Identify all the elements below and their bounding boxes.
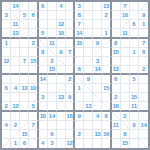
cell-r11c4-empty[interactable] [29,93,38,102]
cell-r6c8-given[interactable]: 7 [66,48,75,57]
cell-r9c7-empty[interactable] [57,75,66,84]
cell-r3c11-empty[interactable] [93,20,102,29]
cell-r16c3-given[interactable]: 6 [20,139,29,148]
cell-r6c5-given[interactable]: 8 [39,48,48,57]
cell-r11c12-empty[interactable] [102,93,111,102]
cell-r2c13-empty[interactable] [112,11,121,20]
cell-r5c7-empty[interactable] [57,39,66,48]
cell-r4c9-given[interactable]: 14 [75,29,84,38]
cell-r14c2-given[interactable]: 2 [11,121,20,130]
cell-r16c2-given[interactable]: 1 [11,139,20,148]
cell-r12c1-given[interactable]: 2 [2,102,11,111]
cell-r4c2-given[interactable]: 13 [11,29,20,38]
cell-r14c1-given[interactable]: 4 [2,121,11,130]
cell-r14c6-empty[interactable] [48,121,57,130]
cell-r9c13-given[interactable]: 6 [112,75,121,84]
cell-r7c2-empty[interactable] [11,57,20,66]
cell-r13c13-empty[interactable] [112,112,121,121]
cell-r10c11-empty[interactable] [93,84,102,93]
cell-r9c16-empty[interactable] [139,75,148,84]
cell-r16c13-empty[interactable] [112,139,121,148]
cell-r5c8-empty[interactable] [66,39,75,48]
cell-r14c14-empty[interactable] [121,121,130,130]
cell-r2c16-given[interactable]: 9 [139,11,148,20]
cell-r14c3-empty[interactable] [20,121,29,130]
cell-r11c9-empty[interactable] [75,93,84,102]
cell-r1c16-empty[interactable] [139,2,148,11]
cell-r2c11-empty[interactable] [93,11,102,20]
cell-r2c5-empty[interactable] [39,11,48,20]
cell-r5c6-given[interactable]: 11 [48,39,57,48]
cell-r15c15-empty[interactable] [130,130,139,139]
cell-r5c12-empty[interactable] [102,39,111,48]
cell-r12c4-given[interactable]: 5 [29,102,38,111]
cell-r15c9-given[interactable]: 2 [75,130,84,139]
cell-r14c4-given[interactable]: 7 [29,121,38,130]
cell-r7c1-given[interactable]: 12 [2,57,11,66]
cell-r16c12-empty[interactable] [102,139,111,148]
cell-r6c7-given[interactable]: 9 [57,48,66,57]
cell-r4c10-empty[interactable] [84,29,93,38]
cell-r13c11-given[interactable]: 4 [93,112,102,121]
cell-r3c4-empty[interactable] [29,20,38,29]
cell-r1c8-empty[interactable] [66,2,75,11]
cell-r13c9-given[interactable]: 9 [75,112,84,121]
cell-r9c5-given[interactable]: 14 [39,75,48,84]
cell-r7c3-given[interactable]: 7 [20,57,29,66]
cell-r6c14-empty[interactable] [121,48,130,57]
cell-r9c10-given[interactable]: 9 [84,75,93,84]
cell-r7c14-empty[interactable] [121,57,130,66]
cell-r9c4-empty[interactable] [29,75,38,84]
cell-r10c8-empty[interactable] [66,84,75,93]
cell-r6c3-empty[interactable] [20,48,29,57]
sudoku-board: 1464313735682169111276113510141111211159… [0,0,150,150]
cell-r7c10-empty[interactable] [84,57,93,66]
cell-r15c8-empty[interactable] [66,130,75,139]
cell-r11c10-empty[interactable] [84,93,93,102]
cell-r12c6-empty[interactable] [48,102,57,111]
cell-r2c3-given[interactable]: 5 [20,11,29,20]
cell-r7c4-given[interactable]: 15 [29,57,38,66]
cell-r11c13-given[interactable]: 2 [112,93,121,102]
cell-r4c1-empty[interactable] [2,29,11,38]
cell-r14c8-empty[interactable] [66,121,75,130]
cell-r9c15-given[interactable]: 5 [130,75,139,84]
cell-r2c10-empty[interactable] [84,11,93,20]
cell-r10c3-given[interactable]: 13 [20,84,29,93]
cell-r5c15-empty[interactable] [130,39,139,48]
cell-r5c10-empty[interactable] [84,39,93,48]
cell-r5c1-given[interactable]: 1 [2,39,11,48]
cell-r16c9-empty[interactable] [75,139,84,148]
cell-r12c15-given[interactable]: 11 [130,102,139,111]
cell-r7c15-empty[interactable] [130,57,139,66]
cell-r3c5-empty[interactable] [39,20,48,29]
cell-r15c12-given[interactable]: 16 [102,130,111,139]
cell-r14c5-empty[interactable] [39,121,48,130]
cell-r8c9-given[interactable]: 6 [75,66,84,75]
cell-r15c10-empty[interactable] [84,130,93,139]
cell-r9c3-empty[interactable] [20,75,29,84]
cell-r9c9-empty[interactable] [75,75,84,84]
cell-r1c3-empty[interactable] [20,2,29,11]
cell-r11c14-empty[interactable] [121,93,130,102]
cell-r4c16-empty[interactable] [139,29,148,38]
cell-r15c4-empty[interactable] [29,130,38,139]
cell-r1c11-empty[interactable] [93,2,102,11]
cell-r2c12-given[interactable]: 2 [102,11,111,20]
cell-r15c11-given[interactable]: 13 [93,130,102,139]
cell-r9c6-empty[interactable] [48,75,57,84]
cell-r14c15-given[interactable]: 9 [130,121,139,130]
cell-r12c13-given[interactable]: 16 [112,102,121,111]
cell-r4c5-given[interactable]: 5 [39,29,48,38]
cell-r7c16-empty[interactable] [139,57,148,66]
cell-r14c16-given[interactable]: 14 [139,121,148,130]
cell-r11c11-empty[interactable] [93,93,102,102]
cell-r13c2-empty[interactable] [11,112,20,121]
cell-r14c11-empty[interactable] [93,121,102,130]
cell-r11c7-given[interactable]: 13 [57,93,66,102]
cell-r9c8-given[interactable]: 2 [66,75,75,84]
cell-r12c3-empty[interactable] [20,102,29,111]
cell-r4c6-empty[interactable] [48,29,57,38]
cell-r6c4-empty[interactable] [29,48,38,57]
cell-r15c14-given[interactable]: 8 [121,130,130,139]
cell-r3c8-empty[interactable] [66,20,75,29]
cell-r10c1-given[interactable]: 6 [2,84,11,93]
cell-r7c13-empty[interactable] [112,57,121,66]
cell-r8c1-empty[interactable] [2,66,11,75]
cell-r10c16-empty[interactable] [139,84,148,93]
cell-r12c5-empty[interactable] [39,102,48,111]
cell-r10c15-empty[interactable] [130,84,139,93]
cell-r4c13-empty[interactable] [112,29,121,38]
cell-r13c8-given[interactable]: 16 [66,112,75,121]
cell-r10c12-given[interactable]: 15 [102,84,111,93]
cell-r10c14-empty[interactable] [121,84,130,93]
cell-r8c8-empty[interactable] [66,66,75,75]
cell-r12c16-empty[interactable] [139,102,148,111]
cell-r2c1-given[interactable]: 3 [2,11,11,20]
cell-r10c5-empty[interactable] [39,84,48,93]
cell-r16c11-empty[interactable] [93,139,102,148]
cell-r5c13-given[interactable]: 8 [112,39,121,48]
cell-r4c8-empty[interactable] [66,29,75,38]
cell-r12c14-empty[interactable] [121,102,130,111]
cell-r1c1-empty[interactable] [2,2,11,11]
cell-r4c3-empty[interactable] [20,29,29,38]
cell-r10c13-empty[interactable] [112,84,121,93]
cell-r3c13-empty[interactable] [112,20,121,29]
cell-r6c1-empty[interactable] [2,48,11,57]
cell-r14c13-given[interactable]: 11 [112,121,121,130]
cell-r1c4-empty[interactable] [29,2,38,11]
cell-r8c16-given[interactable]: 2 [139,66,148,75]
cell-r2c8-empty[interactable] [66,11,75,20]
cell-r15c5-empty[interactable] [39,130,48,139]
cell-r2c6-empty[interactable] [48,11,57,20]
cell-r10c2-given[interactable]: 4 [11,84,20,93]
cell-r5c11-given[interactable]: 9 [93,39,102,48]
cell-r15c16-empty[interactable] [139,130,148,139]
cell-r4c15-empty[interactable] [130,29,139,38]
cell-r13c15-empty[interactable] [130,112,139,121]
cell-r16c1-empty[interactable] [2,139,11,148]
cell-r5c3-empty[interactable] [20,39,29,48]
cell-r1c15-empty[interactable] [130,2,139,11]
cell-r1c2-given[interactable]: 14 [11,2,20,11]
cell-r11c16-empty[interactable] [139,93,148,102]
cell-r13c4-empty[interactable] [29,112,38,121]
cell-r11c3-empty[interactable] [20,93,29,102]
cell-r11c15-given[interactable]: 15 [130,93,139,102]
cell-r16c16-empty[interactable] [139,139,148,148]
cell-r5c4-given[interactable]: 2 [29,39,38,48]
cell-r3c9-given[interactable]: 7 [75,20,84,29]
cell-r6c16-given[interactable]: 6 [139,48,148,57]
cell-r9c14-empty[interactable] [121,75,130,84]
cell-r5c2-empty[interactable] [11,39,20,48]
cell-r11c5-given[interactable]: 3 [39,93,48,102]
cell-r13c1-empty[interactable] [2,112,11,121]
cell-r15c3-given[interactable]: 15 [20,130,29,139]
cell-r1c5-given[interactable]: 6 [39,2,48,11]
cell-r14c7-empty[interactable] [57,121,66,130]
cell-r2c7-empty[interactable] [57,11,66,20]
cell-r13c6-given[interactable]: 14 [48,112,57,121]
cell-r3c15-given[interactable]: 6 [130,20,139,29]
cell-r1c12-given[interactable]: 13 [102,2,111,11]
cell-r6c11-empty[interactable] [93,48,102,57]
cell-r4c12-given[interactable]: 1 [102,29,111,38]
cell-r3c7-given[interactable]: 12 [57,20,66,29]
cell-r1c9-given[interactable]: 3 [75,2,84,11]
cell-r3c12-empty[interactable] [102,20,111,29]
cell-r11c1-empty[interactable] [2,93,11,102]
cell-r4c7-given[interactable]: 10 [57,29,66,38]
cell-r8c2-empty[interactable] [11,66,20,75]
cell-r6c9-empty[interactable] [75,48,84,57]
cell-r12c9-empty[interactable] [75,102,84,111]
cell-r4c11-empty[interactable] [93,29,102,38]
cell-r10c10-empty[interactable] [84,84,93,93]
cell-r9c1-empty[interactable] [2,75,11,84]
cell-r7c9-empty[interactable] [75,57,84,66]
cell-r8c13-given[interactable]: 13 [112,66,121,75]
cell-r1c13-empty[interactable] [112,2,121,11]
cell-r10c4-given[interactable]: 10 [29,84,38,93]
cell-r15c2-empty[interactable] [11,130,20,139]
cell-r11c6-empty[interactable] [48,93,57,102]
cell-r8c6-given[interactable]: 15 [48,66,57,75]
cell-r9c2-empty[interactable] [11,75,20,84]
cell-r8c10-empty[interactable] [84,66,93,75]
cell-r6c2-empty[interactable] [11,48,20,57]
cell-r3c16-given[interactable]: 1 [139,20,148,29]
cell-r3c14-empty[interactable] [121,20,130,29]
cell-r11c2-empty[interactable] [11,93,20,102]
cell-r13c16-empty[interactable] [139,112,148,121]
cell-r2c2-empty[interactable] [11,11,20,20]
cell-r8c15-empty[interactable] [130,66,139,75]
cell-r7c8-empty[interactable] [66,57,75,66]
cell-r8c12-empty[interactable] [102,66,111,75]
cell-r3c1-empty[interactable] [2,20,11,29]
cell-r11c8-given[interactable]: 9 [66,93,75,102]
cell-r16c14-given[interactable]: 15 [121,139,130,148]
cell-r16c8-given[interactable]: 12 [66,139,75,148]
cell-r7c12-empty[interactable] [102,57,111,66]
cell-r13c7-empty[interactable] [57,112,66,121]
cell-r5c16-given[interactable]: 7 [139,39,148,48]
cell-r3c6-empty[interactable] [48,20,57,29]
cell-r8c5-empty[interactable] [39,66,48,75]
cell-r6c10-empty[interactable] [84,48,93,57]
cell-r12c2-given[interactable]: 12 [11,102,20,111]
cell-r9c12-empty[interactable] [102,75,111,84]
cell-r7c11-given[interactable]: 3 [93,57,102,66]
cell-r2c14-given[interactable]: 16 [121,11,130,20]
cell-r5c14-empty[interactable] [121,39,130,48]
cell-r16c6-given[interactable]: 3 [48,139,57,148]
cell-r6c15-given[interactable]: 1 [130,48,139,57]
cell-r16c7-empty[interactable] [57,139,66,148]
cell-r12c7-empty[interactable] [57,102,66,111]
cell-r4c4-empty[interactable] [29,29,38,38]
cell-r16c10-empty[interactable] [84,139,93,148]
cell-r15c7-empty[interactable] [57,130,66,139]
cell-r8c14-empty[interactable] [121,66,130,75]
cell-r12c8-empty[interactable] [66,102,75,111]
cell-r8c3-empty[interactable] [20,66,29,75]
cell-r1c10-empty[interactable] [84,2,93,11]
cell-r5c5-empty[interactable] [39,39,48,48]
cell-r7c5-empty[interactable] [39,57,48,66]
cell-r5c9-given[interactable]: 15 [75,39,84,48]
cell-r15c1-empty[interactable] [2,130,11,139]
cell-r10c7-empty[interactable] [57,84,66,93]
cell-r16c4-empty[interactable] [29,139,38,148]
cell-r7c6-given[interactable]: 2 [48,57,57,66]
cell-r13c12-given[interactable]: 6 [102,112,111,121]
cell-r2c9-given[interactable]: 8 [75,11,84,20]
cell-r6c13-given[interactable]: 15 [112,48,121,57]
cell-r16c15-empty[interactable] [130,139,139,148]
cell-r2c4-given[interactable]: 6 [29,11,38,20]
cell-r14c12-empty[interactable] [102,121,111,130]
cell-r3c10-empty[interactable] [84,20,93,29]
cell-r12c11-empty[interactable] [93,102,102,111]
cell-r10c9-given[interactable]: 1 [75,84,84,93]
cell-r8c4-empty[interactable] [29,66,38,75]
cell-r1c7-given[interactable]: 4 [57,2,66,11]
cell-r3c3-empty[interactable] [20,20,29,29]
cell-r15c6-given[interactable]: 6 [48,130,57,139]
cell-r14c9-empty[interactable] [75,121,84,130]
cell-r12c12-empty[interactable] [102,102,111,111]
cell-r2c15-empty[interactable] [130,11,139,20]
cell-r1c14-given[interactable]: 7 [121,2,130,11]
cell-r8c7-empty[interactable] [57,66,66,75]
sudoku-grid: 1464313735682169111276113510141111211159… [2,2,148,148]
cell-r15c13-empty[interactable] [112,130,121,139]
cell-r13c5-given[interactable]: 10 [39,112,48,121]
cell-r6c12-empty[interactable] [102,48,111,57]
cell-r9c11-empty[interactable] [93,75,102,84]
cell-r10c6-empty[interactable] [48,84,57,93]
cell-r8c11-given[interactable]: 14 [93,66,102,75]
cell-r14c10-empty[interactable] [84,121,93,130]
cell-r3c2-given[interactable]: 11 [11,20,20,29]
cell-r13c3-empty[interactable] [20,112,29,121]
cell-r4c14-given[interactable]: 11 [121,29,130,38]
cell-r13c10-empty[interactable] [84,112,93,121]
cell-r16c5-given[interactable]: 4 [39,139,48,148]
cell-r12c10-given[interactable]: 13 [84,102,93,111]
cell-r13c14-given[interactable]: 2 [121,112,130,121]
cell-r1c6-empty[interactable] [48,2,57,11]
cell-r7c7-empty[interactable] [57,57,66,66]
cell-r6c6-empty[interactable] [48,48,57,57]
